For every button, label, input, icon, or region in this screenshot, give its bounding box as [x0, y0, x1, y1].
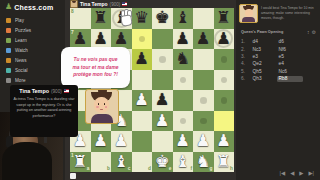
file-label: h [230, 166, 233, 171]
chesscom-logo[interactable]: ♟ Chess.com [0, 0, 65, 15]
square-h1[interactable]: ♜h [214, 152, 235, 173]
move-row: 6.Qh3Rb8 [241, 75, 316, 82]
square-f6[interactable]: ♞ [173, 49, 194, 70]
square-f1[interactable]: ♝f [173, 152, 194, 173]
file-label: g [210, 166, 213, 171]
bot-rating: (900) [51, 89, 62, 94]
white-pawn-piece[interactable]: ♟ [173, 131, 194, 152]
sidebar-item-social[interactable]: Social [0, 65, 65, 75]
square-e2[interactable] [152, 131, 173, 152]
file-label: e [169, 166, 172, 171]
square-g2[interactable]: ♟ [193, 131, 214, 152]
bot-name: Tina Tempo [19, 88, 49, 94]
square-g3[interactable] [193, 111, 214, 132]
sidebar-item-label: News [15, 58, 27, 63]
black-move[interactable]: e4 [277, 61, 303, 67]
game-panel: I would beat Tina Tempo for 10 min amazi… [236, 0, 320, 180]
move-list: 1.d4d62.Nc3Nf63.e3e54.Qe2e45.Qh5Nc66.Qh3… [236, 37, 320, 82]
square-g7[interactable]: ♟ [193, 29, 214, 50]
square-c7[interactable]: ♟ [111, 29, 132, 50]
last-move-button[interactable]: ▶| [308, 170, 314, 176]
square-h4[interactable] [214, 90, 235, 111]
prev-move-button[interactable]: ◀ [290, 170, 294, 176]
move-nav: |◀ ◀ ▶ ▶| [280, 170, 314, 176]
black-knight-piece[interactable]: ♞ [173, 49, 194, 70]
square-f4[interactable] [173, 90, 194, 111]
square-e8[interactable]: ♚ [152, 8, 173, 29]
tina-avatar [85, 89, 119, 124]
black-pawn-piece[interactable]: ♟ [193, 29, 214, 50]
square-b1[interactable]: b [91, 152, 112, 173]
square-d5[interactable] [132, 70, 153, 91]
black-pawn-piece[interactable]: ♟ [214, 29, 235, 50]
bottom-player-bar [70, 172, 234, 180]
sidebar-item-label: Play [15, 18, 24, 23]
black-pawn-piece[interactable]: ♟ [152, 90, 173, 111]
move-row: 4.Qe2e4 [241, 60, 316, 67]
top-player-rating: (900) [110, 2, 121, 7]
square-e6[interactable] [152, 49, 173, 70]
square-f8[interactable]: ♝ [173, 8, 194, 29]
settings-gear-icon[interactable]: ⚙ [312, 29, 316, 35]
square-h2[interactable]: ♟ [214, 131, 235, 152]
square-d1[interactable]: d [132, 152, 153, 173]
white-move[interactable]: Qe2 [251, 61, 277, 67]
square-d8[interactable]: ♛ [132, 8, 153, 29]
tina-chat-avatar[interactable] [239, 4, 258, 23]
square-e3[interactable]: ♟ [152, 111, 173, 132]
us-flag-icon [122, 2, 127, 5]
rank-label: 1 [71, 153, 74, 158]
black-pawn-piece[interactable]: ♟ [111, 29, 132, 50]
square-e4[interactable]: ♟ [152, 90, 173, 111]
pawn-logo-icon: ♟ [5, 3, 12, 11]
speech-bubble-text: Tu ne vois pas quema tour et ma dameprot… [72, 56, 118, 79]
move-hint-dot [221, 97, 228, 104]
move-row: 2.Nc3Nf6 [241, 45, 316, 52]
square-f3[interactable] [173, 111, 194, 132]
square-d6[interactable]: ♟ [132, 49, 153, 70]
square-g1[interactable]: ♞g [193, 152, 214, 173]
square-d2[interactable] [132, 131, 153, 152]
square-h3[interactable] [214, 111, 235, 132]
square-h8[interactable]: ♜ [214, 8, 235, 29]
move-number: 1. [241, 39, 251, 44]
move-number: 2. [241, 47, 251, 52]
news-icon [6, 58, 11, 63]
move-hint-dot [180, 77, 187, 84]
sidebar-item-label: Learn [15, 38, 27, 43]
square-h5[interactable] [214, 70, 235, 91]
square-f2[interactable]: ♟ [173, 131, 194, 152]
white-move[interactable]: Qh3 [251, 76, 277, 82]
move-hint-dot [180, 118, 187, 125]
black-move[interactable]: e5 [277, 54, 303, 60]
sidebar-item-watch[interactable]: Watch [0, 45, 65, 55]
top-player-avatar[interactable] [70, 0, 78, 8]
bot-flag-icon [64, 89, 69, 92]
sidebar-nav: PlayPuzzlesLearnWatchNewsSocialMore [0, 15, 65, 85]
learn-icon [6, 38, 11, 43]
rank-label: 7 [71, 30, 74, 35]
move-row: 3.e3e5 [241, 53, 316, 60]
move-hint-dot [200, 118, 207, 125]
capture-hint-ring [214, 29, 233, 48]
move-hint-dot [159, 56, 166, 63]
speech-bubble: Tu ne vois pas quema tour et ma dameprot… [61, 47, 130, 88]
sidebar-item-label: More [15, 78, 25, 83]
black-queen-piece[interactable]: ♛ [132, 8, 153, 29]
move-hint-dot [221, 77, 228, 84]
square-g4[interactable] [193, 90, 214, 111]
sidebar-item-more[interactable]: More [0, 75, 65, 85]
sidebar-item-learn[interactable]: Learn [0, 35, 65, 45]
top-player-bar: Tina Tempo (900) [70, 0, 234, 8]
square-d7[interactable] [132, 29, 153, 50]
white-pawn-piece[interactable]: ♟ [214, 131, 235, 152]
more-icon [6, 78, 11, 83]
white-pawn-piece[interactable]: ♟ [91, 131, 112, 152]
black-king-piece[interactable]: ♚ [152, 8, 173, 29]
watch-icon [6, 48, 11, 53]
chat-message: I would beat Tina Tempo for 10 min amazi… [261, 4, 317, 23]
black-rook-piece[interactable]: ♜ [91, 8, 112, 29]
file-label: a [87, 166, 90, 171]
move-hint-dot [139, 36, 146, 43]
rank-label: 8 [71, 9, 74, 14]
square-c1[interactable]: ♝c [111, 152, 132, 173]
square-h6[interactable] [214, 49, 235, 70]
logo-text: Chess.com [14, 4, 53, 11]
white-pawn-piece[interactable]: ♟ [152, 111, 173, 132]
square-b2[interactable]: ♟ [91, 131, 112, 152]
white-pawn-piece[interactable]: ♟ [111, 131, 132, 152]
next-move-button[interactable]: ▶ [299, 170, 303, 176]
square-f5[interactable] [173, 70, 194, 91]
square-a1[interactable]: ♜1a [70, 152, 91, 173]
square-g6[interactable] [193, 49, 214, 70]
streamer-hoodie [2, 142, 52, 180]
move-hint-dot [221, 56, 228, 63]
sidebar-item-label: Social [15, 68, 28, 73]
square-c2[interactable]: ♟ [111, 131, 132, 152]
play-icon [6, 18, 11, 23]
square-e5[interactable] [152, 70, 173, 91]
moves-header: Queen's Pawn Opening ↕ ⚙ [236, 23, 320, 37]
move-row: 5.Qh5Nc6 [241, 68, 316, 75]
move-number: 4. [241, 61, 251, 66]
square-g8[interactable] [193, 8, 214, 29]
square-b8[interactable]: ♜ [91, 8, 112, 29]
black-rook-piece[interactable]: ♜ [214, 8, 235, 29]
sidebar-item-label: Watch [15, 48, 28, 53]
square-a7[interactable]: ♟7 [70, 29, 91, 50]
square-h7[interactable]: ♟ [214, 29, 235, 50]
square-g5[interactable] [193, 70, 214, 91]
square-e1[interactable]: ♚e [152, 152, 173, 173]
resize-icon[interactable]: ↕ [307, 29, 310, 35]
move-number: 6. [241, 76, 251, 81]
white-move[interactable]: e3 [251, 54, 277, 60]
black-move[interactable]: Nc6 [277, 68, 303, 74]
black-pawn-piece[interactable]: ♟ [91, 29, 112, 50]
move-row: 1.d4d6 [241, 38, 316, 45]
file-label: b [107, 166, 110, 171]
black-move[interactable]: Rb8 [277, 76, 303, 82]
white-pawn-piece[interactable]: ♟ [132, 90, 153, 111]
file-label: f [190, 166, 192, 171]
first-move-button[interactable]: |◀ [280, 170, 286, 176]
black-move[interactable]: d6 [277, 39, 303, 45]
file-label: c [128, 166, 131, 171]
sidebar-item-puzzles[interactable]: Puzzles [0, 25, 65, 35]
square-e7[interactable] [152, 29, 173, 50]
drag-hand-cursor [119, 10, 133, 25]
square-a8[interactable]: 8 [70, 8, 91, 29]
stream-screen: { "game": "chess", "site": "Chess.com", … [0, 0, 320, 180]
square-d4[interactable]: ♟ [132, 90, 153, 111]
black-pawn-piece[interactable]: ♟ [132, 49, 153, 70]
move-number: 5. [241, 69, 251, 74]
square-b7[interactable]: ♟ [91, 29, 112, 50]
social-icon [6, 68, 11, 73]
move-hint-dot [200, 97, 207, 104]
sidebar-item-label: Puzzles [15, 28, 31, 33]
black-bishop-piece[interactable]: ♝ [173, 8, 194, 29]
square-d3[interactable] [132, 111, 153, 132]
white-move[interactable]: Qh5 [251, 68, 277, 74]
bot-description: Actress Tina Tempo is a dazzling star sw… [13, 97, 75, 119]
opening-name: Queen's Pawn Opening [241, 30, 283, 34]
bottom-player-avatar[interactable] [70, 173, 76, 179]
chat-row: I would beat Tina Tempo for 10 min amazi… [236, 0, 320, 23]
white-move[interactable]: Nc3 [251, 46, 277, 52]
sidebar-item-news[interactable]: News [0, 55, 65, 65]
file-label: d [148, 166, 151, 171]
sidebar-item-play[interactable]: Play [0, 15, 65, 25]
bot-bio-card: Tina Tempo (900) Actress Tina Tempo is a… [10, 85, 78, 137]
black-pawn-piece[interactable]: ♟ [173, 29, 194, 50]
white-move[interactable]: d4 [251, 39, 277, 45]
top-player-name: Tina Tempo [80, 1, 108, 7]
move-number: 3. [241, 54, 251, 59]
white-pawn-piece[interactable]: ♟ [193, 131, 214, 152]
puzzles-icon [6, 28, 11, 33]
square-f7[interactable]: ♟ [173, 29, 194, 50]
black-move[interactable]: Nf6 [277, 46, 303, 52]
